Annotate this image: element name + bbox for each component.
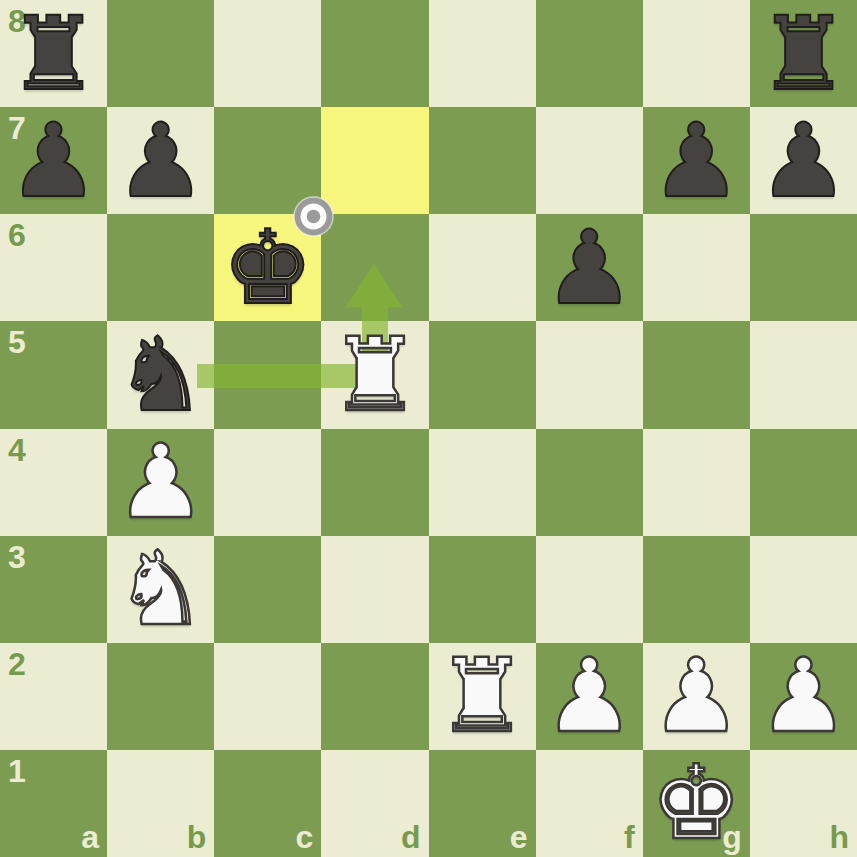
square-g7[interactable]: ♟	[643, 107, 750, 214]
square-a7[interactable]: 7♟	[0, 107, 107, 214]
square-h6[interactable]	[750, 214, 857, 321]
square-g1[interactable]: g♚	[643, 750, 750, 857]
square-e4[interactable]	[429, 429, 536, 536]
square-c1[interactable]: c	[214, 750, 321, 857]
square-d2[interactable]	[321, 643, 428, 750]
square-e1[interactable]: e	[429, 750, 536, 857]
square-b2[interactable]	[107, 643, 214, 750]
square-f2[interactable]: ♟	[536, 643, 643, 750]
square-a4[interactable]: 4	[0, 429, 107, 536]
square-g2[interactable]: ♟	[643, 643, 750, 750]
piece-white-knight-b3[interactable]: ♞	[107, 536, 214, 643]
square-e5[interactable]	[429, 321, 536, 428]
square-e2[interactable]: ♜	[429, 643, 536, 750]
square-h7[interactable]: ♟	[750, 107, 857, 214]
square-c3[interactable]	[214, 536, 321, 643]
square-d1[interactable]: d	[321, 750, 428, 857]
square-g6[interactable]	[643, 214, 750, 321]
square-f7[interactable]	[536, 107, 643, 214]
square-e7[interactable]	[429, 107, 536, 214]
piece-white-pawn-b4[interactable]: ♟	[107, 429, 214, 536]
piece-white-pawn-h2[interactable]: ♟	[750, 643, 857, 750]
square-h2[interactable]: ♟	[750, 643, 857, 750]
file-label-a: a	[81, 821, 99, 853]
square-g5[interactable]	[643, 321, 750, 428]
file-label-d: d	[401, 821, 421, 853]
square-b5[interactable]: ♞	[107, 321, 214, 428]
square-c5[interactable]	[214, 321, 321, 428]
square-g3[interactable]	[643, 536, 750, 643]
square-c2[interactable]	[214, 643, 321, 750]
square-d4[interactable]	[321, 429, 428, 536]
square-b8[interactable]	[107, 0, 214, 107]
square-b6[interactable]	[107, 214, 214, 321]
square-a5[interactable]: 5	[0, 321, 107, 428]
square-f1[interactable]: f	[536, 750, 643, 857]
rank-label-5: 5	[8, 326, 26, 358]
square-d6[interactable]	[321, 214, 428, 321]
square-b3[interactable]: ♞	[107, 536, 214, 643]
square-h3[interactable]	[750, 536, 857, 643]
square-h5[interactable]	[750, 321, 857, 428]
square-f5[interactable]	[536, 321, 643, 428]
square-e8[interactable]	[429, 0, 536, 107]
square-c7[interactable]	[214, 107, 321, 214]
file-label-f: f	[624, 821, 635, 853]
file-label-e: e	[510, 821, 528, 853]
square-d5[interactable]: ♜	[321, 321, 428, 428]
piece-black-pawn-f6[interactable]: ♟	[536, 214, 643, 321]
square-f3[interactable]	[536, 536, 643, 643]
piece-black-pawn-h7[interactable]: ♟	[750, 107, 857, 214]
square-h8[interactable]: ♜	[750, 0, 857, 107]
square-d7[interactable]	[321, 107, 428, 214]
square-g8[interactable]	[643, 0, 750, 107]
square-h4[interactable]	[750, 429, 857, 536]
piece-black-pawn-b7[interactable]: ♟	[107, 107, 214, 214]
square-d8[interactable]	[321, 0, 428, 107]
file-label-c: c	[296, 821, 314, 853]
piece-black-pawn-a7[interactable]: ♟	[0, 107, 107, 214]
piece-black-rook-h8[interactable]: ♜	[750, 0, 857, 107]
file-label-b: b	[187, 821, 207, 853]
square-h1[interactable]: h	[750, 750, 857, 857]
piece-black-king-c6[interactable]: ♚	[214, 214, 321, 321]
piece-white-king-g1[interactable]: ♚	[643, 750, 750, 857]
square-b4[interactable]: ♟	[107, 429, 214, 536]
rank-label-1: 1	[8, 755, 26, 787]
square-a2[interactable]: 2	[0, 643, 107, 750]
rank-label-2: 2	[8, 648, 26, 680]
piece-white-rook-d5[interactable]: ♜	[321, 321, 428, 428]
rank-label-3: 3	[8, 541, 26, 573]
square-a8[interactable]: 8♜	[0, 0, 107, 107]
square-a6[interactable]: 6	[0, 214, 107, 321]
square-a3[interactable]: 3	[0, 536, 107, 643]
piece-black-rook-a8[interactable]: ♜	[0, 0, 107, 107]
square-c8[interactable]	[214, 0, 321, 107]
square-b7[interactable]: ♟	[107, 107, 214, 214]
square-f6[interactable]: ♟	[536, 214, 643, 321]
square-e6[interactable]	[429, 214, 536, 321]
square-d3[interactable]	[321, 536, 428, 643]
square-f4[interactable]	[536, 429, 643, 536]
square-g4[interactable]	[643, 429, 750, 536]
piece-black-pawn-g7[interactable]: ♟	[643, 107, 750, 214]
square-c6[interactable]: ♚	[214, 214, 321, 321]
piece-black-knight-b5[interactable]: ♞	[107, 321, 214, 428]
piece-white-rook-e2[interactable]: ♜	[429, 643, 536, 750]
rank-label-6: 6	[8, 219, 26, 251]
square-f8[interactable]	[536, 0, 643, 107]
square-a1[interactable]: 1a	[0, 750, 107, 857]
square-b1[interactable]: b	[107, 750, 214, 857]
piece-white-pawn-g2[interactable]: ♟	[643, 643, 750, 750]
square-c4[interactable]	[214, 429, 321, 536]
chess-board: 8♜♜7♟♟♟♟6♚♟5♞♜4♟3♞2♜♟♟♟1abcdefg♚h	[0, 0, 857, 857]
file-label-h: h	[829, 821, 849, 853]
rank-label-4: 4	[8, 434, 26, 466]
square-e3[interactable]	[429, 536, 536, 643]
piece-white-pawn-f2[interactable]: ♟	[536, 643, 643, 750]
